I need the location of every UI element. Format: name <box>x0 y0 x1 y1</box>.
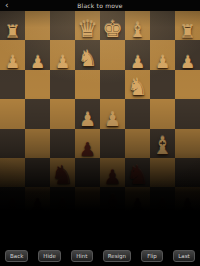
toolbar: Back Hide Hint Resign Flip Last <box>0 246 200 266</box>
black-pawn-h7: ♟ <box>178 197 197 217</box>
white-pawn-e4: ♟ <box>104 110 121 128</box>
white-pawn-a2: ♟ <box>5 54 20 70</box>
square-e3[interactable] <box>100 70 125 99</box>
square-a6[interactable] <box>0 158 25 187</box>
square-h3[interactable] <box>175 70 200 99</box>
black-rook-a8: ♜ <box>2 223 24 246</box>
white-pawn-b2: ♟ <box>30 54 45 70</box>
square-g3[interactable] <box>150 70 175 99</box>
square-d7[interactable] <box>75 187 100 216</box>
square-d4[interactable]: ♟ <box>75 99 100 128</box>
black-bishop-e7: ♝ <box>101 192 124 217</box>
black-pawn-g7: ♟ <box>153 197 172 217</box>
square-c4[interactable] <box>50 99 75 128</box>
white-knight-f3: ♞ <box>127 77 148 99</box>
square-c8[interactable]: ♝ <box>50 217 75 246</box>
black-rook-h8: ♜ <box>177 223 199 246</box>
square-a8[interactable]: ♜ <box>0 217 25 246</box>
square-f2[interactable]: ♟ <box>125 40 150 69</box>
black-queen-d8: ♛ <box>74 218 101 247</box>
square-c5[interactable] <box>50 129 75 158</box>
square-d2[interactable]: ♞ <box>75 40 100 69</box>
square-h1[interactable]: ♜ <box>175 11 200 40</box>
white-pawn-g2: ♟ <box>155 54 170 70</box>
square-h7[interactable]: ♟ <box>175 187 200 216</box>
square-c2[interactable]: ♟ <box>50 40 75 69</box>
square-g1[interactable] <box>150 11 175 40</box>
square-h4[interactable] <box>175 99 200 128</box>
black-pawn-f7: ♟ <box>128 197 147 217</box>
square-b8[interactable] <box>25 217 50 246</box>
square-e2[interactable] <box>100 40 125 69</box>
white-pawn-c2: ♟ <box>55 54 70 70</box>
white-rook-h1: ♜ <box>179 23 195 40</box>
back-button[interactable]: Back <box>5 250 28 262</box>
white-king-e1: ♚ <box>102 19 123 41</box>
square-e5[interactable] <box>100 129 125 158</box>
square-h2[interactable]: ♟ <box>175 40 200 69</box>
square-g2[interactable]: ♟ <box>150 40 175 69</box>
square-g4[interactable] <box>150 99 175 128</box>
black-knight-c6: ♞ <box>51 163 74 188</box>
white-rook-a1: ♜ <box>4 23 20 40</box>
square-c1[interactable] <box>50 11 75 40</box>
square-f3[interactable]: ♞ <box>125 70 150 99</box>
black-pawn-c7: ♟ <box>53 197 72 217</box>
white-bishop-g5: ♝ <box>152 135 174 158</box>
hint-button[interactable]: Hint <box>71 250 93 262</box>
square-b1[interactable] <box>25 11 50 40</box>
square-d5[interactable]: ♟ <box>75 129 100 158</box>
square-e6[interactable]: ♟ <box>100 158 125 187</box>
black-pawn-e6: ♟ <box>104 168 122 187</box>
square-h8[interactable]: ♜ <box>175 217 200 246</box>
square-f8[interactable] <box>125 217 150 246</box>
title-bar: ‹ Black to move <box>0 0 200 11</box>
white-queen-d1: ♛ <box>77 19 98 41</box>
square-f7[interactable]: ♟ <box>125 187 150 216</box>
square-a4[interactable] <box>0 99 25 128</box>
square-d1[interactable]: ♛ <box>75 11 100 40</box>
black-king-e8: ♚ <box>99 218 126 247</box>
square-c6[interactable]: ♞ <box>50 158 75 187</box>
square-b5[interactable] <box>25 129 50 158</box>
square-a2[interactable]: ♟ <box>0 40 25 69</box>
square-c3[interactable] <box>50 70 75 99</box>
white-knight-d2: ♞ <box>78 49 98 70</box>
square-b7[interactable]: ♟ <box>25 187 50 216</box>
white-bishop-f1: ♝ <box>129 21 147 40</box>
square-e1[interactable]: ♚ <box>100 11 125 40</box>
square-d3[interactable] <box>75 70 100 99</box>
square-f1[interactable]: ♝ <box>125 11 150 40</box>
flip-button[interactable]: Flip <box>141 250 163 262</box>
last-button[interactable]: Last <box>173 250 195 262</box>
square-b4[interactable] <box>25 99 50 128</box>
square-b2[interactable]: ♟ <box>25 40 50 69</box>
square-h5[interactable] <box>175 129 200 158</box>
square-g8[interactable] <box>150 217 175 246</box>
square-d8[interactable]: ♛ <box>75 217 100 246</box>
black-pawn-d5: ♟ <box>79 140 96 158</box>
black-knight-f6: ♞ <box>126 163 149 188</box>
turn-status-text: Black to move <box>0 0 200 12</box>
chess-board: ♜♛♚♝♜♟♟♟♞♟♟♟♞♟♟♟♝♞♟♞♟♟♟♝♟♟♟♜♝♛♚♜ <box>0 11 200 246</box>
white-pawn-d4: ♟ <box>79 110 96 128</box>
square-f5[interactable] <box>125 129 150 158</box>
white-pawn-h2: ♟ <box>180 54 195 70</box>
square-c7[interactable]: ♟ <box>50 187 75 216</box>
hide-button[interactable]: Hide <box>38 250 61 262</box>
square-g7[interactable]: ♟ <box>150 187 175 216</box>
white-pawn-f2: ♟ <box>130 54 145 70</box>
square-h6[interactable] <box>175 158 200 187</box>
chess-app-screen: ‹ Black to move ♜♛♚♝♜♟♟♟♞♟♟♟♞♟♟♟♝♞♟♞♟♟♟♝… <box>0 0 200 266</box>
black-pawn-b7: ♟ <box>28 197 47 217</box>
black-bishop-c8: ♝ <box>50 220 74 246</box>
square-a1[interactable]: ♜ <box>0 11 25 40</box>
square-a3[interactable] <box>0 70 25 99</box>
square-a5[interactable] <box>0 129 25 158</box>
black-pawn-a7: ♟ <box>3 197 22 217</box>
square-e4[interactable]: ♟ <box>100 99 125 128</box>
square-g5[interactable]: ♝ <box>150 129 175 158</box>
square-e7[interactable]: ♝ <box>100 187 125 216</box>
square-b3[interactable] <box>25 70 50 99</box>
square-f6[interactable]: ♞ <box>125 158 150 187</box>
square-g6[interactable] <box>150 158 175 187</box>
square-e8[interactable]: ♚ <box>100 217 125 246</box>
square-a7[interactable]: ♟ <box>0 187 25 216</box>
resign-button[interactable]: Resign <box>103 250 131 262</box>
square-f4[interactable] <box>125 99 150 128</box>
square-d6[interactable] <box>75 158 100 187</box>
square-b6[interactable] <box>25 158 50 187</box>
